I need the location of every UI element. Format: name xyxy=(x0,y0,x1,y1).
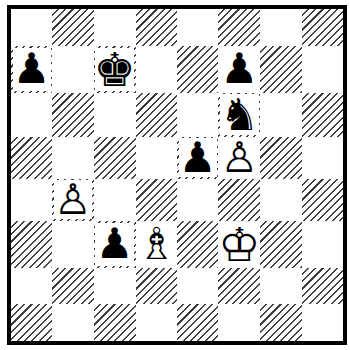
square-d3: ♗ xyxy=(136,221,177,268)
square-b3 xyxy=(52,221,93,268)
black-king: ♚ xyxy=(95,48,134,91)
white-bishop: ♗ xyxy=(137,223,175,266)
black-knight: ♞ xyxy=(220,94,259,134)
square-b4: ♙ xyxy=(52,179,93,221)
square-d4 xyxy=(136,179,177,221)
square-c2 xyxy=(94,268,136,305)
square-g4 xyxy=(260,179,301,221)
square-b5 xyxy=(52,137,93,179)
square-e2 xyxy=(177,268,218,305)
square-h1 xyxy=(302,304,343,341)
square-a8 xyxy=(11,9,52,46)
white-pawn: ♙ xyxy=(220,138,259,177)
square-c1 xyxy=(94,304,136,341)
black-pawn: ♟ xyxy=(179,138,217,177)
square-b7 xyxy=(52,46,93,93)
white-king: ♔ xyxy=(220,223,259,266)
square-c5 xyxy=(94,137,136,179)
square-h8 xyxy=(302,9,343,46)
square-e4 xyxy=(177,179,218,221)
square-h4 xyxy=(302,179,343,221)
square-d5 xyxy=(136,137,177,179)
square-f2 xyxy=(218,268,260,305)
square-b1 xyxy=(52,304,93,341)
square-h5 xyxy=(302,137,343,179)
square-e7 xyxy=(177,46,218,93)
page-background: ♟♚♟♞♟♙♙♟♗♔ xyxy=(0,0,350,350)
square-e1 xyxy=(177,304,218,341)
square-b6 xyxy=(52,93,93,137)
square-c4 xyxy=(94,179,136,221)
square-d2 xyxy=(136,268,177,305)
square-d6 xyxy=(136,93,177,137)
square-f5: ♙ xyxy=(218,137,260,179)
square-f6: ♞ xyxy=(218,93,260,137)
square-d1 xyxy=(136,304,177,341)
square-c6 xyxy=(94,93,136,137)
square-a3 xyxy=(11,221,52,268)
square-a1 xyxy=(11,304,52,341)
square-g5 xyxy=(260,137,301,179)
square-e6 xyxy=(177,93,218,137)
square-c7: ♚ xyxy=(94,46,136,93)
square-g3 xyxy=(260,221,301,268)
square-f8 xyxy=(218,9,260,46)
white-pawn: ♙ xyxy=(54,180,92,219)
square-d7 xyxy=(136,46,177,93)
square-e3 xyxy=(177,221,218,268)
square-g8 xyxy=(260,9,301,46)
square-h2 xyxy=(302,268,343,305)
square-f4 xyxy=(218,179,260,221)
square-f3: ♔ xyxy=(218,221,260,268)
square-a5 xyxy=(11,137,52,179)
square-h3 xyxy=(302,221,343,268)
square-f1 xyxy=(218,304,260,341)
square-h6 xyxy=(302,93,343,137)
square-g2 xyxy=(260,268,301,305)
square-f7: ♟ xyxy=(218,46,260,93)
square-e8 xyxy=(177,9,218,46)
square-a6 xyxy=(11,93,52,137)
square-a7: ♟ xyxy=(11,46,52,93)
square-b8 xyxy=(52,9,93,46)
square-g7 xyxy=(260,46,301,93)
black-pawn: ♟ xyxy=(220,48,259,91)
square-h7 xyxy=(302,46,343,93)
square-e5: ♟ xyxy=(177,137,218,179)
chess-board: ♟♚♟♞♟♙♙♟♗♔ xyxy=(7,5,347,345)
square-g6 xyxy=(260,93,301,137)
black-pawn: ♟ xyxy=(95,223,134,266)
square-c3: ♟ xyxy=(94,221,136,268)
square-d8 xyxy=(136,9,177,46)
square-a4 xyxy=(11,179,52,221)
square-a2 xyxy=(11,268,52,305)
black-pawn: ♟ xyxy=(13,48,51,91)
square-c8 xyxy=(94,9,136,46)
square-b2 xyxy=(52,268,93,305)
square-g1 xyxy=(260,304,301,341)
